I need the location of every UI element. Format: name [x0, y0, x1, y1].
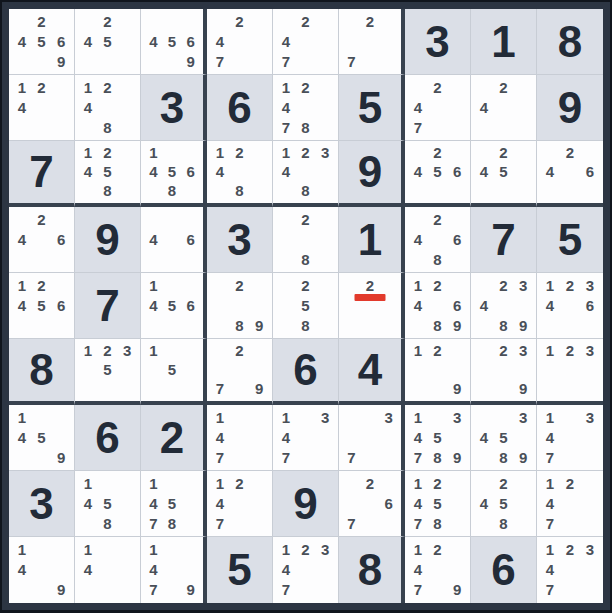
- candidate-5: 5: [98, 493, 118, 513]
- candidate-8: [296, 580, 316, 600]
- cell-r2c7[interactable]: 247: [405, 75, 471, 141]
- candidate-6: 6: [51, 229, 71, 249]
- cell-r4c3[interactable]: 46: [141, 207, 207, 273]
- cell-value: 5: [558, 218, 582, 262]
- cell-r4c4[interactable]: 3: [207, 207, 273, 273]
- candidate-2: 2: [494, 341, 514, 360]
- candidate-4: 4: [78, 493, 98, 513]
- cell-r6c7[interactable]: 129: [405, 339, 471, 405]
- candidate-1: 1: [276, 539, 296, 559]
- candidate-4: 4: [144, 229, 163, 249]
- candidate-6: [513, 493, 533, 513]
- cell-r5c1[interactable]: 12456: [9, 273, 75, 339]
- cell-r1c9[interactable]: 8: [537, 9, 603, 75]
- candidate-5: [230, 427, 250, 447]
- candidate-7: 7: [210, 379, 230, 398]
- candidate-9: [580, 181, 600, 200]
- candidate-6: [117, 360, 137, 379]
- candidate-5: [296, 31, 316, 51]
- candidate-6: 6: [181, 229, 200, 249]
- cell-r2c8[interactable]: 24: [471, 75, 537, 141]
- candidate-4: 4: [210, 427, 230, 447]
- candidate-5: 5: [428, 427, 448, 447]
- candidate-4: [342, 31, 361, 51]
- cell-r6c8[interactable]: 239: [471, 339, 537, 405]
- candidate-7: [540, 315, 560, 335]
- cell-r7c3[interactable]: 2: [141, 405, 207, 471]
- cell-r4c2[interactable]: 9: [75, 207, 141, 273]
- candidates-grid: 247: [408, 77, 467, 137]
- candidate-4: 4: [474, 427, 494, 447]
- candidate-8: [32, 315, 52, 335]
- candidate-2: 2: [32, 77, 52, 97]
- candidate-4: 4: [474, 493, 494, 513]
- cell-r1c5[interactable]: 247: [273, 9, 339, 75]
- cell-r8c5[interactable]: 9: [273, 471, 339, 537]
- candidate-3: [51, 407, 71, 427]
- cell-r7c5[interactable]: 1347: [273, 405, 339, 471]
- candidate-1: 1: [78, 341, 98, 360]
- cell-value: 7: [491, 218, 515, 262]
- candidate-7: [540, 181, 560, 200]
- candidate-7: [12, 117, 32, 137]
- candidate-9: 9: [181, 51, 200, 71]
- cell-r9c3[interactable]: 1479: [141, 537, 207, 603]
- candidate-2: 2: [361, 275, 380, 295]
- candidate-6: [249, 31, 269, 51]
- candidate-1: 1: [78, 77, 98, 97]
- candidate-6: 6: [580, 295, 600, 315]
- cell-r2c1[interactable]: 124: [9, 75, 75, 141]
- candidate-5: [560, 295, 580, 315]
- candidates-grid: 279: [210, 341, 269, 398]
- candidate-6: [513, 295, 533, 315]
- cell-r2c9[interactable]: 9: [537, 75, 603, 141]
- cell-value: 3: [425, 20, 449, 64]
- candidate-2: 2: [32, 11, 52, 31]
- candidate-3: [117, 143, 137, 162]
- candidate-1: 1: [408, 473, 428, 493]
- cell-r7c1[interactable]: 1459: [9, 405, 75, 471]
- candidates-grid: 12456: [12, 275, 71, 335]
- candidate-5: [361, 493, 380, 513]
- candidate-9: [117, 51, 137, 71]
- candidates-grid: 124578: [408, 473, 467, 533]
- candidate-7: 7: [144, 513, 163, 533]
- candidate-7: [78, 379, 98, 398]
- candidate-6: [447, 493, 467, 513]
- candidates-grid: 124689: [408, 275, 467, 335]
- candidate-2: 2: [98, 11, 118, 31]
- cell-r5c8[interactable]: 23489: [471, 273, 537, 339]
- cell-r3c7[interactable]: 2456: [405, 141, 471, 207]
- candidate-1: 1: [540, 275, 560, 295]
- candidate-4: 4: [408, 295, 428, 315]
- cell-r8c1[interactable]: 3: [9, 471, 75, 537]
- cell-r7c9[interactable]: 1347: [537, 405, 603, 471]
- candidates-grid: 1347: [540, 407, 600, 467]
- candidate-1: [276, 11, 296, 31]
- candidate-9: [181, 379, 200, 398]
- candidate-7: [12, 447, 32, 467]
- cell-r5c9[interactable]: 12346: [537, 273, 603, 339]
- candidate-7: [78, 580, 98, 600]
- candidate-5: [428, 229, 448, 249]
- candidate-6: [315, 295, 335, 315]
- cell-r8c4[interactable]: 1247: [207, 471, 273, 537]
- candidate-2: 2: [98, 341, 118, 360]
- candidate-4: [540, 360, 560, 379]
- cell-r7c7[interactable]: 1345789: [405, 405, 471, 471]
- candidate-8: [494, 117, 514, 137]
- candidate-5: [230, 360, 250, 379]
- candidate-1: [12, 11, 32, 31]
- candidate-3: [447, 143, 467, 162]
- cell-r2c5[interactable]: 12478: [273, 75, 339, 141]
- cell-r3c3[interactable]: 14568: [141, 141, 207, 207]
- candidate-7: [12, 580, 32, 600]
- candidate-3: [447, 275, 467, 295]
- candidates-grid: 2458: [474, 473, 533, 533]
- candidate-8: 8: [230, 181, 250, 200]
- cell-r8c8[interactable]: 2458: [471, 471, 537, 537]
- cell-r2c3[interactable]: 3: [141, 75, 207, 141]
- candidate-8: [163, 249, 182, 269]
- candidate-5: [296, 97, 316, 117]
- candidate-4: 4: [144, 162, 163, 181]
- candidate-3: 3: [379, 407, 398, 427]
- candidate-1: [276, 275, 296, 295]
- candidate-6: [379, 427, 398, 447]
- cell-r5c2[interactable]: 7: [75, 273, 141, 339]
- candidate-8: [560, 181, 580, 200]
- candidate-3: [249, 473, 269, 493]
- candidate-4: 4: [78, 97, 98, 117]
- cell-r9c1[interactable]: 149: [9, 537, 75, 603]
- candidate-7: 7: [342, 51, 361, 71]
- cell-r9c7[interactable]: 12479: [405, 537, 471, 603]
- cell-r9c8[interactable]: 6: [471, 537, 537, 603]
- candidate-3: [181, 473, 200, 493]
- candidate-6: [249, 162, 269, 181]
- candidate-7: [144, 379, 163, 398]
- cell-r7c4[interactable]: 147: [207, 405, 273, 471]
- candidate-3: [51, 11, 71, 31]
- candidate-1: 1: [12, 77, 32, 97]
- cell-r5c6[interactable]: 2: [339, 273, 405, 339]
- cell-r1c2[interactable]: 245: [75, 9, 141, 75]
- cell-r1c8[interactable]: 1: [471, 9, 537, 75]
- candidate-8: [32, 51, 52, 71]
- cell-r1c1[interactable]: 24569: [9, 9, 75, 75]
- candidate-3: [580, 473, 600, 493]
- cell-r3c1[interactable]: 7: [9, 141, 75, 207]
- cell-value: 7: [95, 284, 119, 328]
- candidate-2: [98, 473, 118, 493]
- candidate-3: [51, 77, 71, 97]
- candidate-5: [494, 295, 514, 315]
- candidate-4: 4: [210, 31, 230, 51]
- candidate-3: [315, 209, 335, 229]
- cell-r8c3[interactable]: 14578: [141, 471, 207, 537]
- candidate-4: 4: [408, 559, 428, 579]
- candidates-grid: 247: [210, 11, 269, 71]
- candidate-8: 8: [98, 181, 118, 200]
- cell-r3c5[interactable]: 12348: [273, 141, 339, 207]
- candidates-grid: 1247: [540, 473, 600, 533]
- candidate-3: 3: [117, 341, 137, 360]
- cell-r6c3[interactable]: 15: [141, 339, 207, 405]
- candidate-7: 7: [276, 580, 296, 600]
- cell-value: 5: [358, 86, 382, 130]
- cell-value: 3: [160, 86, 184, 130]
- candidate-4: 4: [540, 493, 560, 513]
- candidate-1: 1: [78, 539, 98, 559]
- candidate-8: 8: [494, 315, 514, 335]
- candidate-2: 2: [296, 11, 316, 31]
- candidate-8: [560, 580, 580, 600]
- candidate-5: 5: [163, 162, 182, 181]
- candidate-9: 9: [51, 51, 71, 71]
- candidate-1: 1: [540, 473, 560, 493]
- candidate-2: 2: [560, 473, 580, 493]
- candidate-3: [117, 539, 137, 559]
- cell-r7c6[interactable]: 37: [339, 405, 405, 471]
- candidates-grid: 149: [12, 539, 71, 600]
- candidate-7: 7: [540, 513, 560, 533]
- candidate-7: 7: [408, 117, 428, 137]
- candidate-5: [32, 97, 52, 117]
- cell-r1c4[interactable]: 247: [207, 9, 273, 75]
- cell-r7c8[interactable]: 34589: [471, 405, 537, 471]
- candidate-9: 9: [249, 379, 269, 398]
- candidate-2: [296, 407, 316, 427]
- cell-r6c1[interactable]: 8: [9, 339, 75, 405]
- candidate-5: 5: [32, 427, 52, 447]
- cell-r8c6[interactable]: 267: [339, 471, 405, 537]
- cell-r4c7[interactable]: 2468: [405, 207, 471, 273]
- cell-r6c4[interactable]: 279: [207, 339, 273, 405]
- candidate-4: [210, 360, 230, 379]
- cell-r4c5[interactable]: 28: [273, 207, 339, 273]
- candidate-3: 3: [513, 275, 533, 295]
- candidate-4: 4: [276, 97, 296, 117]
- candidate-1: 1: [12, 275, 32, 295]
- candidate-8: 8: [163, 513, 182, 533]
- candidate-2: [98, 539, 118, 559]
- cell-r6c6[interactable]: 4: [339, 339, 405, 405]
- cell-r3c2[interactable]: 12458: [75, 141, 141, 207]
- cell-r4c9[interactable]: 5: [537, 207, 603, 273]
- candidate-7: [474, 447, 494, 467]
- candidate-5: 5: [163, 360, 182, 379]
- candidate-6: [580, 360, 600, 379]
- cell-r1c6[interactable]: 27: [339, 9, 405, 75]
- candidate-3: [447, 539, 467, 559]
- candidate-1: [342, 407, 361, 427]
- candidate-5: [163, 559, 182, 579]
- candidate-8: 8: [428, 315, 448, 335]
- cell-r5c3[interactable]: 1456: [141, 273, 207, 339]
- candidates-grid: 1248: [78, 77, 137, 137]
- candidate-4: 4: [408, 427, 428, 447]
- candidates-grid: 37: [342, 407, 398, 467]
- candidates-grid: 246: [540, 143, 600, 200]
- candidates-grid: 246: [12, 209, 71, 269]
- candidate-6: [513, 427, 533, 447]
- cell-r2c6[interactable]: 5: [339, 75, 405, 141]
- candidate-8: [163, 315, 182, 335]
- cell-r5c7[interactable]: 124689: [405, 273, 471, 339]
- candidate-3: [181, 143, 200, 162]
- candidate-1: 1: [210, 143, 230, 162]
- cell-r1c7[interactable]: 3: [405, 9, 471, 75]
- cell-r8c9[interactable]: 1247: [537, 471, 603, 537]
- candidates-grid: 239: [474, 341, 533, 398]
- candidate-2: 2: [230, 341, 250, 360]
- candidate-3: [51, 275, 71, 295]
- candidate-6: [447, 360, 467, 379]
- candidate-8: [32, 580, 52, 600]
- candidate-9: [580, 379, 600, 398]
- candidate-5: 5: [296, 295, 316, 315]
- candidate-9: [513, 117, 533, 137]
- candidate-9: [117, 117, 137, 137]
- candidate-6: [580, 427, 600, 447]
- candidate-4: [474, 360, 494, 379]
- candidate-1: 1: [408, 275, 428, 295]
- candidate-6: 6: [447, 295, 467, 315]
- cell-r9c5[interactable]: 12347: [273, 537, 339, 603]
- cell-r9c6[interactable]: 8: [339, 537, 405, 603]
- candidate-2: 2: [230, 275, 250, 295]
- cell-r6c5[interactable]: 6: [273, 339, 339, 405]
- candidate-6: [117, 559, 137, 579]
- candidate-4: 4: [474, 97, 494, 117]
- candidate-5: 5: [32, 295, 52, 315]
- candidate-8: [361, 51, 380, 71]
- candidate-8: [163, 580, 182, 600]
- candidate-1: [474, 275, 494, 295]
- candidate-1: [12, 209, 32, 229]
- candidate-1: 1: [144, 539, 163, 559]
- candidate-9: [447, 117, 467, 137]
- cell-r9c4[interactable]: 5: [207, 537, 273, 603]
- candidate-6: [51, 97, 71, 117]
- candidate-6: [117, 493, 137, 513]
- cell-r6c2[interactable]: 1235: [75, 339, 141, 405]
- cell-r4c1[interactable]: 246: [9, 207, 75, 273]
- candidate-8: [428, 580, 448, 600]
- candidate-9: [580, 580, 600, 600]
- cell-r3c6[interactable]: 9: [339, 141, 405, 207]
- cell-r9c9[interactable]: 12347: [537, 537, 603, 603]
- candidates-grid: 12347: [540, 539, 600, 600]
- cell-r7c2[interactable]: 6: [75, 405, 141, 471]
- candidate-3: 3: [580, 539, 600, 559]
- candidate-2: 2: [296, 539, 316, 559]
- candidates-grid: 24569: [12, 11, 71, 71]
- candidate-2: 2: [494, 143, 514, 162]
- candidate-5: [32, 229, 52, 249]
- cell-r3c9[interactable]: 246: [537, 141, 603, 207]
- candidate-2: 2: [560, 341, 580, 360]
- candidates-grid: 27: [342, 11, 398, 71]
- cell-r3c8[interactable]: 245: [471, 141, 537, 207]
- candidates-grid: 247: [276, 11, 335, 71]
- candidate-9: 9: [249, 315, 269, 335]
- candidate-5: 5: [494, 162, 514, 181]
- cell-r8c2[interactable]: 1458: [75, 471, 141, 537]
- cell-r1c3[interactable]: 4569: [141, 9, 207, 75]
- candidate-5: [230, 162, 250, 181]
- cell-r5c4[interactable]: 289: [207, 273, 273, 339]
- candidate-1: [210, 341, 230, 360]
- candidate-5: [428, 97, 448, 117]
- cell-r4c8[interactable]: 7: [471, 207, 537, 273]
- cell-value: 8: [358, 548, 382, 592]
- cell-value: 9: [558, 86, 582, 130]
- candidate-6: [513, 97, 533, 117]
- candidate-1: 1: [12, 407, 32, 427]
- candidate-6: [315, 559, 335, 579]
- candidate-1: [342, 473, 361, 493]
- cell-r4c6[interactable]: 1: [339, 207, 405, 273]
- candidate-2: [361, 407, 380, 427]
- candidate-3: [181, 539, 200, 559]
- candidate-8: [428, 379, 448, 398]
- candidate-4: 4: [12, 31, 32, 51]
- candidates-grid: 1456: [144, 275, 200, 335]
- candidate-9: [513, 181, 533, 200]
- candidate-2: 2: [560, 539, 580, 559]
- candidate-3: [513, 143, 533, 162]
- cell-r5c5[interactable]: 258: [273, 273, 339, 339]
- candidate-3: [379, 473, 398, 493]
- candidate-3: [315, 11, 335, 31]
- candidates-grid: 245: [78, 11, 137, 71]
- candidate-3: [379, 11, 398, 31]
- candidate-5: 5: [428, 162, 448, 181]
- cell-r8c7[interactable]: 124578: [405, 471, 471, 537]
- cell-r6c9[interactable]: 123: [537, 339, 603, 405]
- candidate-7: [12, 315, 32, 335]
- candidate-1: [342, 275, 361, 295]
- candidate-1: 1: [408, 407, 428, 427]
- candidate-5: 5: [163, 493, 182, 513]
- cell-r9c2[interactable]: 14: [75, 537, 141, 603]
- candidate-7: [144, 181, 163, 200]
- cell-r3c4[interactable]: 1248: [207, 141, 273, 207]
- cell-r2c2[interactable]: 1248: [75, 75, 141, 141]
- candidate-9: [117, 379, 137, 398]
- candidate-4: 4: [12, 295, 32, 315]
- candidate-1: 1: [276, 407, 296, 427]
- candidate-9: [580, 315, 600, 335]
- candidate-8: 8: [494, 513, 514, 533]
- candidate-3: [181, 275, 200, 295]
- candidate-2: 2: [494, 473, 514, 493]
- candidate-9: [379, 51, 398, 71]
- candidate-6: [315, 97, 335, 117]
- candidate-7: [210, 315, 230, 335]
- cell-r2c4[interactable]: 6: [207, 75, 273, 141]
- candidate-5: [428, 295, 448, 315]
- cell-value: 7: [29, 150, 53, 194]
- candidate-2: [163, 275, 182, 295]
- candidate-4: 4: [540, 559, 560, 579]
- candidate-8: [98, 51, 118, 71]
